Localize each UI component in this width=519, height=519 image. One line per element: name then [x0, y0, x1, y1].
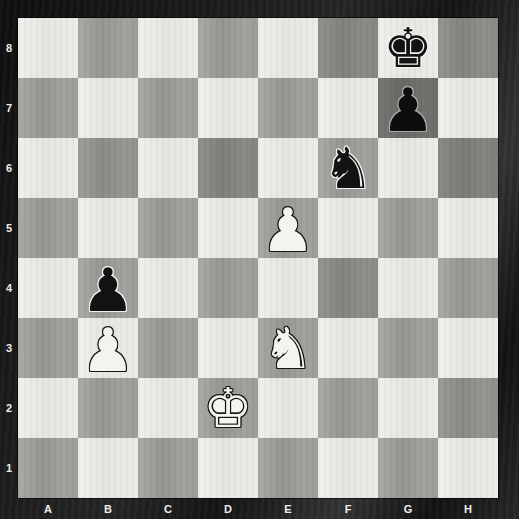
square-h6[interactable]: [438, 138, 498, 198]
black-king-g8[interactable]: ♚: [383, 21, 432, 76]
square-b3[interactable]: ♟: [78, 318, 138, 378]
square-d6[interactable]: [198, 138, 258, 198]
square-c3[interactable]: [138, 318, 198, 378]
white-knight-e3[interactable]: ♞: [262, 320, 313, 377]
black-pawn-g7[interactable]: ♟: [381, 80, 435, 140]
black-knight-f6[interactable]: ♞: [322, 140, 373, 197]
chessboard-frame: 87654321 ABCDEFGH ♚♟♞♟♟♟♞♚: [0, 0, 519, 519]
square-a5[interactable]: [18, 198, 78, 258]
square-e8[interactable]: [258, 18, 318, 78]
square-h7[interactable]: [438, 78, 498, 138]
file-label-b: B: [78, 498, 138, 519]
black-pawn-b4[interactable]: ♟: [81, 260, 135, 320]
square-a3[interactable]: [18, 318, 78, 378]
file-label-g: G: [378, 498, 438, 519]
square-h1[interactable]: [438, 438, 498, 498]
square-e1[interactable]: [258, 438, 318, 498]
file-labels: ABCDEFGH: [18, 498, 498, 519]
board: ♚♟♞♟♟♟♞♚: [18, 18, 498, 498]
rank-label-2: 2: [0, 378, 18, 438]
square-g5[interactable]: [378, 198, 438, 258]
square-c7[interactable]: [138, 78, 198, 138]
square-h8[interactable]: [438, 18, 498, 78]
square-f6[interactable]: ♞: [318, 138, 378, 198]
square-g4[interactable]: [378, 258, 438, 318]
square-f2[interactable]: [318, 378, 378, 438]
square-b8[interactable]: [78, 18, 138, 78]
square-a6[interactable]: [18, 138, 78, 198]
square-g1[interactable]: [378, 438, 438, 498]
rank-label-5: 5: [0, 198, 18, 258]
square-c2[interactable]: [138, 378, 198, 438]
square-e4[interactable]: [258, 258, 318, 318]
square-a2[interactable]: [18, 378, 78, 438]
square-e3[interactable]: ♞: [258, 318, 318, 378]
square-b6[interactable]: [78, 138, 138, 198]
square-c4[interactable]: [138, 258, 198, 318]
square-g6[interactable]: [378, 138, 438, 198]
rank-label-3: 3: [0, 318, 18, 378]
white-king-d2[interactable]: ♚: [203, 381, 252, 436]
square-b4[interactable]: ♟: [78, 258, 138, 318]
square-d3[interactable]: [198, 318, 258, 378]
rank-label-4: 4: [0, 258, 18, 318]
square-d7[interactable]: [198, 78, 258, 138]
square-c1[interactable]: [138, 438, 198, 498]
square-a8[interactable]: [18, 18, 78, 78]
square-d5[interactable]: [198, 198, 258, 258]
file-label-h: H: [438, 498, 498, 519]
square-e6[interactable]: [258, 138, 318, 198]
square-f7[interactable]: [318, 78, 378, 138]
square-f4[interactable]: [318, 258, 378, 318]
square-e7[interactable]: [258, 78, 318, 138]
white-pawn-b3[interactable]: ♟: [81, 320, 135, 380]
file-label-f: F: [318, 498, 378, 519]
square-g2[interactable]: [378, 378, 438, 438]
square-e5[interactable]: ♟: [258, 198, 318, 258]
square-d4[interactable]: [198, 258, 258, 318]
rank-label-7: 7: [0, 78, 18, 138]
rank-label-8: 8: [0, 18, 18, 78]
file-label-e: E: [258, 498, 318, 519]
file-label-a: A: [18, 498, 78, 519]
square-d2[interactable]: ♚: [198, 378, 258, 438]
square-g3[interactable]: [378, 318, 438, 378]
square-h2[interactable]: [438, 378, 498, 438]
square-b7[interactable]: [78, 78, 138, 138]
square-c6[interactable]: [138, 138, 198, 198]
square-h5[interactable]: [438, 198, 498, 258]
square-c5[interactable]: [138, 198, 198, 258]
file-label-d: D: [198, 498, 258, 519]
square-g8[interactable]: ♚: [378, 18, 438, 78]
square-a4[interactable]: [18, 258, 78, 318]
square-d8[interactable]: [198, 18, 258, 78]
rank-label-1: 1: [0, 438, 18, 498]
square-a7[interactable]: [18, 78, 78, 138]
rank-label-6: 6: [0, 138, 18, 198]
square-f8[interactable]: [318, 18, 378, 78]
file-label-c: C: [138, 498, 198, 519]
square-b2[interactable]: [78, 378, 138, 438]
square-d1[interactable]: [198, 438, 258, 498]
square-h3[interactable]: [438, 318, 498, 378]
square-f5[interactable]: [318, 198, 378, 258]
square-b5[interactable]: [78, 198, 138, 258]
square-a1[interactable]: [18, 438, 78, 498]
square-h4[interactable]: [438, 258, 498, 318]
white-pawn-e5[interactable]: ♟: [261, 200, 315, 260]
square-f1[interactable]: [318, 438, 378, 498]
square-b1[interactable]: [78, 438, 138, 498]
square-c8[interactable]: [138, 18, 198, 78]
square-e2[interactable]: [258, 378, 318, 438]
rank-labels: 87654321: [0, 18, 18, 498]
square-f3[interactable]: [318, 318, 378, 378]
square-g7[interactable]: ♟: [378, 78, 438, 138]
